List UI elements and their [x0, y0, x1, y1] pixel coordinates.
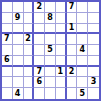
cell-r3c4[interactable] [34, 24, 45, 35]
cell-r3c7[interactable]: 1 [67, 24, 78, 35]
cell-r3c2[interactable] [13, 24, 24, 35]
cell-r8c7[interactable] [67, 77, 78, 88]
cell-r6c5[interactable] [45, 56, 56, 67]
cell-r8c5[interactable] [45, 77, 56, 88]
sudoku-board: 27981725467126345 [0, 0, 101, 101]
cell-r8c6[interactable] [56, 77, 67, 88]
cell-r1c6[interactable] [56, 2, 67, 13]
cell-r2c7[interactable] [67, 13, 78, 24]
cell-r5c7[interactable] [67, 45, 78, 56]
cell-r7c2[interactable] [13, 67, 24, 78]
cell-r7c6[interactable]: 1 [56, 67, 67, 78]
cell-r7c1[interactable] [2, 67, 13, 78]
cell-r8c8[interactable] [77, 77, 88, 88]
cell-r4c3[interactable]: 2 [24, 34, 35, 45]
cell-r9c7[interactable] [67, 88, 78, 99]
cell-r9c4[interactable] [34, 88, 45, 99]
cell-r5c1[interactable] [2, 45, 13, 56]
cell-r2c4[interactable] [34, 13, 45, 24]
cell-r4c7[interactable] [67, 34, 78, 45]
cell-r7c4[interactable]: 7 [34, 67, 45, 78]
cell-r2c8[interactable] [77, 13, 88, 24]
cell-r4c2[interactable] [13, 34, 24, 45]
cell-r4c6[interactable] [56, 34, 67, 45]
cell-r3c9[interactable] [88, 24, 99, 35]
cell-r9c3[interactable] [24, 88, 35, 99]
cell-r6c2[interactable] [13, 56, 24, 67]
cell-r5c6[interactable] [56, 45, 67, 56]
cell-r1c8[interactable] [77, 2, 88, 13]
cell-r9c6[interactable] [56, 88, 67, 99]
cell-r6c4[interactable] [34, 56, 45, 67]
cell-r8c1[interactable] [2, 77, 13, 88]
cell-r3c6[interactable] [56, 24, 67, 35]
cell-r5c5[interactable]: 5 [45, 45, 56, 56]
cell-r9c9[interactable] [88, 88, 99, 99]
cell-r1c9[interactable] [88, 2, 99, 13]
cell-r3c3[interactable] [24, 24, 35, 35]
cell-r4c8[interactable] [77, 34, 88, 45]
cell-r6c1[interactable]: 6 [2, 56, 13, 67]
cell-r2c2[interactable]: 9 [13, 13, 24, 24]
cell-r8c3[interactable] [24, 77, 35, 88]
cell-r6c7[interactable] [67, 56, 78, 67]
cell-r1c3[interactable] [24, 2, 35, 13]
cell-r6c3[interactable] [24, 56, 35, 67]
cell-r8c2[interactable] [13, 77, 24, 88]
cell-r3c1[interactable] [2, 24, 13, 35]
cell-r6c9[interactable] [88, 56, 99, 67]
cell-r1c5[interactable] [45, 2, 56, 13]
cell-r2c1[interactable] [2, 13, 13, 24]
cell-r9c8[interactable]: 5 [77, 88, 88, 99]
cell-r1c1[interactable] [2, 2, 13, 13]
cell-r1c7[interactable]: 7 [67, 2, 78, 13]
cell-r9c2[interactable]: 4 [13, 88, 24, 99]
cell-r7c3[interactable] [24, 67, 35, 78]
cell-r9c1[interactable] [2, 88, 13, 99]
cell-r2c9[interactable] [88, 13, 99, 24]
cell-r4c9[interactable] [88, 34, 99, 45]
cell-r4c4[interactable] [34, 34, 45, 45]
cell-r6c8[interactable] [77, 56, 88, 67]
cell-r5c8[interactable]: 4 [77, 45, 88, 56]
cell-r3c8[interactable] [77, 24, 88, 35]
cell-r5c9[interactable] [88, 45, 99, 56]
cell-r5c2[interactable] [13, 45, 24, 56]
cell-r1c4[interactable]: 2 [34, 2, 45, 13]
cell-r4c1[interactable]: 7 [2, 34, 13, 45]
cell-r1c2[interactable] [13, 2, 24, 13]
cell-r5c3[interactable] [24, 45, 35, 56]
cell-r7c9[interactable] [88, 67, 99, 78]
cell-r7c7[interactable]: 2 [67, 67, 78, 78]
cell-r4c5[interactable] [45, 34, 56, 45]
cell-r6c6[interactable] [56, 56, 67, 67]
cell-r7c5[interactable] [45, 67, 56, 78]
cell-r5c4[interactable] [34, 45, 45, 56]
cell-r2c3[interactable] [24, 13, 35, 24]
cell-r2c5[interactable]: 8 [45, 13, 56, 24]
cell-r2c6[interactable] [56, 13, 67, 24]
cell-r8c9[interactable]: 3 [88, 77, 99, 88]
cell-r3c5[interactable] [45, 24, 56, 35]
cell-r9c5[interactable] [45, 88, 56, 99]
cell-r7c8[interactable] [77, 67, 88, 78]
cell-r8c4[interactable]: 6 [34, 77, 45, 88]
